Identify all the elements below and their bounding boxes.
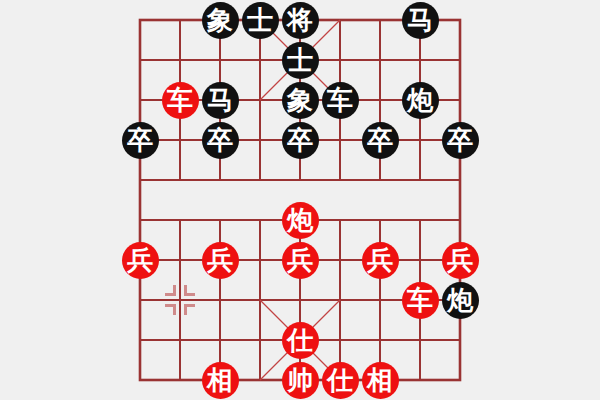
marker-corner-top-left	[165, 285, 176, 296]
piece-red-兵[interactable]: 兵	[202, 242, 239, 279]
piece-black-卒[interactable]: 卒	[282, 122, 319, 159]
piece-black-将[interactable]: 将	[282, 2, 319, 39]
piece-black-卒[interactable]: 卒	[362, 122, 399, 159]
piece-black-卒[interactable]: 卒	[442, 122, 479, 159]
piece-red-车[interactable]: 车	[162, 82, 199, 119]
piece-red-相[interactable]: 相	[202, 362, 239, 399]
last-move-marker	[165, 285, 195, 315]
piece-black-马[interactable]: 马	[202, 82, 239, 119]
xiangqi-board[interactable]: 象士将马士车马象车炮卒卒卒卒卒炮兵兵兵兵兵车炮仕相帅仕相	[0, 0, 600, 400]
piece-red-兵[interactable]: 兵	[282, 242, 319, 279]
marker-corner-bottom-left	[165, 304, 176, 315]
piece-red-炮[interactable]: 炮	[282, 202, 319, 239]
marker-corner-top-right	[184, 285, 195, 296]
piece-black-马[interactable]: 马	[402, 2, 439, 39]
piece-black-象[interactable]: 象	[282, 82, 319, 119]
piece-black-士[interactable]: 士	[242, 2, 279, 39]
piece-black-车[interactable]: 车	[322, 82, 359, 119]
piece-black-炮[interactable]: 炮	[402, 82, 439, 119]
piece-red-兵[interactable]: 兵	[442, 242, 479, 279]
piece-red-车[interactable]: 车	[402, 282, 439, 319]
piece-black-士[interactable]: 士	[282, 42, 319, 79]
piece-black-象[interactable]: 象	[202, 2, 239, 39]
piece-red-相[interactable]: 相	[362, 362, 399, 399]
piece-red-帅[interactable]: 帅	[282, 362, 319, 399]
piece-black-卒[interactable]: 卒	[122, 122, 159, 159]
piece-red-仕[interactable]: 仕	[282, 322, 319, 359]
piece-black-炮[interactable]: 炮	[442, 282, 479, 319]
piece-black-卒[interactable]: 卒	[202, 122, 239, 159]
piece-red-兵[interactable]: 兵	[122, 242, 159, 279]
piece-red-仕[interactable]: 仕	[322, 362, 359, 399]
marker-corner-bottom-right	[184, 304, 195, 315]
piece-red-兵[interactable]: 兵	[362, 242, 399, 279]
